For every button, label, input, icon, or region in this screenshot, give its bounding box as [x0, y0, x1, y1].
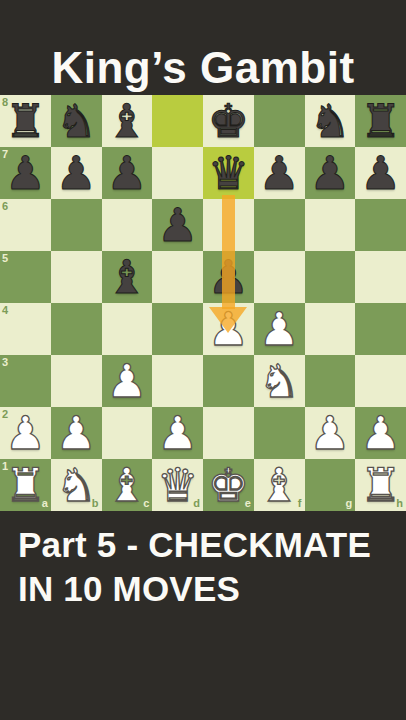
- square-g2[interactable]: ♟: [305, 407, 356, 459]
- piece-white-rook-a1[interactable]: ♜: [0, 459, 51, 511]
- square-g1[interactable]: g: [305, 459, 356, 511]
- square-g8[interactable]: ♞: [305, 95, 356, 147]
- square-c2[interactable]: [102, 407, 153, 459]
- rank-label-4: 4: [2, 305, 8, 316]
- move-arrow-head: [209, 307, 247, 333]
- square-g6[interactable]: [305, 199, 356, 251]
- piece-black-pawn-a7[interactable]: ♟: [0, 147, 51, 199]
- piece-black-king-e8[interactable]: ♚: [203, 95, 254, 147]
- piece-black-pawn-f7[interactable]: ♟: [254, 147, 305, 199]
- piece-white-pawn-a2[interactable]: ♟: [0, 407, 51, 459]
- square-d3[interactable]: [152, 355, 203, 407]
- square-e2[interactable]: [203, 407, 254, 459]
- square-b5[interactable]: [51, 251, 102, 303]
- video-title-bar: King’s Gambit: [0, 0, 406, 95]
- piece-black-pawn-d6[interactable]: ♟: [152, 199, 203, 251]
- piece-white-knight-b1[interactable]: ♞: [51, 459, 102, 511]
- square-b3[interactable]: [51, 355, 102, 407]
- video-caption: Part 5 - CHECKMATE IN 10 MOVES: [0, 511, 406, 612]
- square-e8[interactable]: ♚: [203, 95, 254, 147]
- square-f2[interactable]: [254, 407, 305, 459]
- square-e7[interactable]: ♛: [203, 147, 254, 199]
- square-e1[interactable]: e♚: [203, 459, 254, 511]
- square-f4[interactable]: ♟: [254, 303, 305, 355]
- square-h3[interactable]: [355, 355, 406, 407]
- square-a8[interactable]: 8♜: [0, 95, 51, 147]
- square-f3[interactable]: ♞: [254, 355, 305, 407]
- square-c6[interactable]: [102, 199, 153, 251]
- piece-white-pawn-f4[interactable]: ♟: [254, 303, 305, 355]
- square-f6[interactable]: [254, 199, 305, 251]
- square-h2[interactable]: ♟: [355, 407, 406, 459]
- square-b2[interactable]: ♟: [51, 407, 102, 459]
- piece-white-bishop-f1[interactable]: ♝: [254, 459, 305, 511]
- square-h7[interactable]: ♟: [355, 147, 406, 199]
- piece-white-queen-d1[interactable]: ♛: [152, 459, 203, 511]
- square-g7[interactable]: ♟: [305, 147, 356, 199]
- square-d6[interactable]: ♟: [152, 199, 203, 251]
- square-a6[interactable]: 6: [0, 199, 51, 251]
- square-f5[interactable]: [254, 251, 305, 303]
- piece-white-pawn-b2[interactable]: ♟: [51, 407, 102, 459]
- piece-black-knight-b8[interactable]: ♞: [51, 95, 102, 147]
- caption-line-2: IN 10 MOVES: [18, 567, 394, 611]
- square-a1[interactable]: 1a♜: [0, 459, 51, 511]
- piece-black-rook-a8[interactable]: ♜: [0, 95, 51, 147]
- video-frame: King’s Gambit 8♜♞♝♚♞♜7♟♟♟♛♟♟♟6♟5♝♟4♟♟3♟♞…: [0, 0, 406, 720]
- piece-black-knight-g8[interactable]: ♞: [305, 95, 356, 147]
- video-title: King’s Gambit: [51, 46, 354, 90]
- square-a3[interactable]: 3: [0, 355, 51, 407]
- piece-white-bishop-c1[interactable]: ♝: [102, 459, 153, 511]
- piece-white-king-e1[interactable]: ♚: [203, 459, 254, 511]
- file-label-g: g: [346, 498, 353, 509]
- square-h8[interactable]: ♜: [355, 95, 406, 147]
- piece-white-pawn-h2[interactable]: ♟: [355, 407, 406, 459]
- square-h1[interactable]: h♜: [355, 459, 406, 511]
- square-h4[interactable]: [355, 303, 406, 355]
- square-d7[interactable]: [152, 147, 203, 199]
- square-a4[interactable]: 4: [0, 303, 51, 355]
- square-f8[interactable]: [254, 95, 305, 147]
- chess-board-area: 8♜♞♝♚♞♜7♟♟♟♛♟♟♟6♟5♝♟4♟♟3♟♞2♟♟♟♟♟1a♜b♞c♝d…: [0, 95, 406, 511]
- square-g3[interactable]: [305, 355, 356, 407]
- piece-white-knight-f3[interactable]: ♞: [254, 355, 305, 407]
- piece-black-rook-h8[interactable]: ♜: [355, 95, 406, 147]
- rank-label-5: 5: [2, 253, 8, 264]
- square-d5[interactable]: [152, 251, 203, 303]
- piece-black-bishop-c8[interactable]: ♝: [102, 95, 153, 147]
- chess-board: 8♜♞♝♚♞♜7♟♟♟♛♟♟♟6♟5♝♟4♟♟3♟♞2♟♟♟♟♟1a♜b♞c♝d…: [0, 95, 406, 511]
- square-b1[interactable]: b♞: [51, 459, 102, 511]
- square-a7[interactable]: 7♟: [0, 147, 51, 199]
- piece-black-pawn-b7[interactable]: ♟: [51, 147, 102, 199]
- square-b4[interactable]: [51, 303, 102, 355]
- square-h6[interactable]: [355, 199, 406, 251]
- square-a2[interactable]: 2♟: [0, 407, 51, 459]
- piece-black-bishop-c5[interactable]: ♝: [102, 251, 153, 303]
- square-d8[interactable]: [152, 95, 203, 147]
- square-c8[interactable]: ♝: [102, 95, 153, 147]
- square-c3[interactable]: ♟: [102, 355, 153, 407]
- move-arrow-shaft: [222, 195, 235, 309]
- piece-white-pawn-g2[interactable]: ♟: [305, 407, 356, 459]
- square-d1[interactable]: d♛: [152, 459, 203, 511]
- square-d4[interactable]: [152, 303, 203, 355]
- square-c4[interactable]: [102, 303, 153, 355]
- square-f1[interactable]: f♝: [254, 459, 305, 511]
- square-a5[interactable]: 5: [0, 251, 51, 303]
- caption-line-1: Part 5 - CHECKMATE: [18, 523, 394, 567]
- square-f7[interactable]: ♟: [254, 147, 305, 199]
- square-c5[interactable]: ♝: [102, 251, 153, 303]
- rank-label-6: 6: [2, 201, 8, 212]
- square-e3[interactable]: [203, 355, 254, 407]
- square-g4[interactable]: [305, 303, 356, 355]
- piece-black-pawn-g7[interactable]: ♟: [305, 147, 356, 199]
- piece-white-rook-h1[interactable]: ♜: [355, 459, 406, 511]
- square-c1[interactable]: c♝: [102, 459, 153, 511]
- square-c7[interactable]: ♟: [102, 147, 153, 199]
- piece-black-queen-e7[interactable]: ♛: [203, 147, 254, 199]
- square-h5[interactable]: [355, 251, 406, 303]
- piece-black-pawn-c7[interactable]: ♟: [102, 147, 153, 199]
- rank-label-3: 3: [2, 357, 8, 368]
- piece-black-pawn-h7[interactable]: ♟: [355, 147, 406, 199]
- piece-white-pawn-c3[interactable]: ♟: [102, 355, 153, 407]
- square-b7[interactable]: ♟: [51, 147, 102, 199]
- square-g5[interactable]: [305, 251, 356, 303]
- square-b8[interactable]: ♞: [51, 95, 102, 147]
- square-d2[interactable]: ♟: [152, 407, 203, 459]
- piece-white-pawn-d2[interactable]: ♟: [152, 407, 203, 459]
- square-b6[interactable]: [51, 199, 102, 251]
